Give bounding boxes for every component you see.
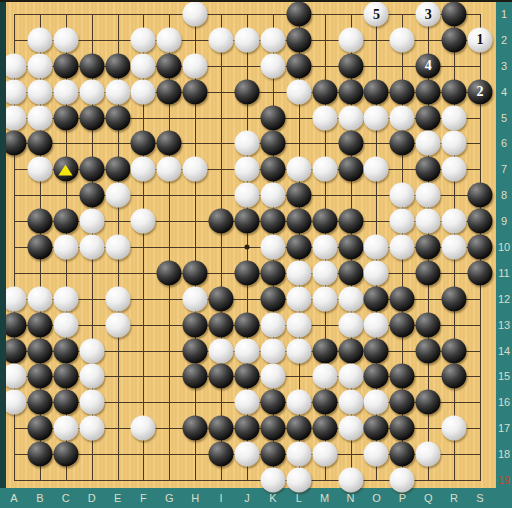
black-stone-E5[interactable] <box>105 105 130 130</box>
black-stone-R15[interactable] <box>442 364 467 389</box>
white-stone-O5[interactable] <box>364 105 389 130</box>
white-stone-L11[interactable] <box>286 260 311 285</box>
white-stone-O1[interactable]: 5 <box>364 2 389 27</box>
column-label-J: J <box>244 492 250 504</box>
black-stone-D3[interactable] <box>79 53 104 78</box>
black-stone-P12[interactable] <box>390 286 415 311</box>
white-stone-L4[interactable] <box>286 79 311 104</box>
black-stone-B6[interactable] <box>27 131 52 156</box>
black-stone-D8[interactable] <box>79 183 104 208</box>
column-label-A: A <box>10 492 17 504</box>
black-stone-Q5[interactable] <box>416 105 441 130</box>
black-stone-B15[interactable] <box>27 364 52 389</box>
black-stone-K6[interactable] <box>260 131 285 156</box>
column-label-K: K <box>269 492 276 504</box>
black-stone-K9[interactable] <box>260 209 285 234</box>
black-stone-K17[interactable] <box>260 416 285 441</box>
black-stone-B18[interactable] <box>27 442 52 467</box>
black-stone-Q11[interactable] <box>416 260 441 285</box>
black-stone-E3[interactable] <box>105 53 130 78</box>
white-stone-Q8[interactable] <box>416 183 441 208</box>
white-stone-Q18[interactable] <box>416 442 441 467</box>
black-stone-N4[interactable] <box>338 79 363 104</box>
column-label-N: N <box>347 492 355 504</box>
black-stone-G3[interactable] <box>157 53 182 78</box>
black-stone-N10[interactable] <box>338 234 363 259</box>
white-stone-F4[interactable] <box>131 79 156 104</box>
row-label-17: 17 <box>498 422 510 434</box>
white-stone-F3[interactable] <box>131 53 156 78</box>
white-stone-C12[interactable] <box>53 286 78 311</box>
black-stone-R14[interactable] <box>442 338 467 363</box>
white-stone-M10[interactable] <box>312 234 337 259</box>
black-stone-O14[interactable] <box>364 338 389 363</box>
white-stone-L19[interactable] <box>286 467 311 492</box>
black-stone-L17[interactable] <box>286 416 311 441</box>
white-stone-K3[interactable] <box>260 53 285 78</box>
black-stone-M9[interactable] <box>312 209 337 234</box>
white-stone-N5[interactable] <box>338 105 363 130</box>
white-stone-C2[interactable] <box>53 27 78 52</box>
black-stone-K11[interactable] <box>260 260 285 285</box>
move-number-label: 4 <box>425 59 432 73</box>
black-stone-L9[interactable] <box>286 209 311 234</box>
black-stone-C14[interactable] <box>53 338 78 363</box>
black-stone-B17[interactable] <box>27 416 52 441</box>
column-label-L: L <box>296 492 302 504</box>
black-stone-S10[interactable] <box>467 234 492 259</box>
white-stone-R6[interactable] <box>442 131 467 156</box>
row-label-16: 16 <box>498 396 510 408</box>
row-label-9: 9 <box>501 215 507 227</box>
white-stone-R9[interactable] <box>442 209 467 234</box>
black-stone-O17[interactable] <box>364 416 389 441</box>
black-stone-S8[interactable] <box>467 183 492 208</box>
white-stone-P19[interactable] <box>390 467 415 492</box>
black-stone-Q3[interactable]: 4 <box>416 53 441 78</box>
black-stone-K16[interactable] <box>260 390 285 415</box>
black-stone-C16[interactable] <box>53 390 78 415</box>
row-label-12: 12 <box>498 293 510 305</box>
row-label-10: 10 <box>498 241 510 253</box>
white-stone-C10[interactable] <box>53 234 78 259</box>
white-stone-J6[interactable] <box>234 131 259 156</box>
white-stone-P2[interactable] <box>390 27 415 52</box>
black-stone-B10[interactable] <box>27 234 52 259</box>
white-stone-R7[interactable] <box>442 157 467 182</box>
black-stone-L3[interactable] <box>286 53 311 78</box>
white-stone-H1[interactable] <box>183 2 208 27</box>
black-stone-K18[interactable] <box>260 442 285 467</box>
white-stone-K14[interactable] <box>260 338 285 363</box>
black-stone-Q14[interactable] <box>416 338 441 363</box>
black-stone-O15[interactable] <box>364 364 389 389</box>
black-stone-O12[interactable] <box>364 286 389 311</box>
white-stone-M12[interactable] <box>312 286 337 311</box>
white-stone-N17[interactable] <box>338 416 363 441</box>
row-label-15: 15 <box>498 370 510 382</box>
black-stone-B16[interactable] <box>27 390 52 415</box>
white-stone-E12[interactable] <box>105 286 130 311</box>
white-stone-N12[interactable] <box>338 286 363 311</box>
black-stone-I15[interactable] <box>209 364 234 389</box>
black-stone-L1[interactable] <box>286 2 311 27</box>
black-stone-M16[interactable] <box>312 390 337 415</box>
black-stone-J9[interactable] <box>234 209 259 234</box>
column-label-R: R <box>450 492 458 504</box>
white-stone-J7[interactable] <box>234 157 259 182</box>
black-stone-P18[interactable] <box>390 442 415 467</box>
white-stone-M15[interactable] <box>312 364 337 389</box>
white-stone-D16[interactable] <box>79 390 104 415</box>
go-board[interactable]: 53142 <box>6 2 496 488</box>
black-stone-Q10[interactable] <box>416 234 441 259</box>
column-label-B: B <box>36 492 43 504</box>
black-stone-C5[interactable] <box>53 105 78 130</box>
black-stone-Q16[interactable] <box>416 390 441 415</box>
black-stone-K5[interactable] <box>260 105 285 130</box>
white-stone-K15[interactable] <box>260 364 285 389</box>
black-stone-J13[interactable] <box>234 312 259 337</box>
white-stone-O16[interactable] <box>364 390 389 415</box>
black-stone-H14[interactable] <box>183 338 208 363</box>
black-stone-N11[interactable] <box>338 260 363 285</box>
black-stone-J4[interactable] <box>234 79 259 104</box>
white-stone-F17[interactable] <box>131 416 156 441</box>
column-label-P: P <box>399 492 406 504</box>
column-label-Q: Q <box>424 492 433 504</box>
white-stone-E4[interactable] <box>105 79 130 104</box>
white-stone-Q1[interactable]: 3 <box>416 2 441 27</box>
black-stone-C3[interactable] <box>53 53 78 78</box>
black-stone-N7[interactable] <box>338 157 363 182</box>
white-stone-B4[interactable] <box>27 79 52 104</box>
white-stone-K13[interactable] <box>260 312 285 337</box>
black-stone-C15[interactable] <box>53 364 78 389</box>
white-stone-J2[interactable] <box>234 27 259 52</box>
white-stone-N15[interactable] <box>338 364 363 389</box>
black-stone-H11[interactable] <box>183 260 208 285</box>
row-label-4: 4 <box>501 86 507 98</box>
black-stone-S9[interactable] <box>467 209 492 234</box>
move-number-label: 1 <box>476 33 483 47</box>
row-label-5: 5 <box>501 112 507 124</box>
white-stone-R5[interactable] <box>442 105 467 130</box>
white-stone-D15[interactable] <box>79 364 104 389</box>
black-stone-J11[interactable] <box>234 260 259 285</box>
black-stone-Q4[interactable] <box>416 79 441 104</box>
white-stone-B5[interactable] <box>27 105 52 130</box>
white-stone-G2[interactable] <box>157 27 182 52</box>
white-stone-L16[interactable] <box>286 390 311 415</box>
white-stone-E8[interactable] <box>105 183 130 208</box>
white-stone-Q6[interactable] <box>416 131 441 156</box>
white-stone-O18[interactable] <box>364 442 389 467</box>
white-stone-N19[interactable] <box>338 467 363 492</box>
black-stone-C9[interactable] <box>53 209 78 234</box>
black-stone-G4[interactable] <box>157 79 182 104</box>
row-label-1: 1 <box>501 8 507 20</box>
black-stone-K12[interactable] <box>260 286 285 311</box>
black-stone-R4[interactable] <box>442 79 467 104</box>
white-stone-K2[interactable] <box>260 27 285 52</box>
white-stone-P8[interactable] <box>390 183 415 208</box>
row-label-14: 14 <box>498 345 510 357</box>
white-stone-O10[interactable] <box>364 234 389 259</box>
white-stone-O11[interactable] <box>364 260 389 285</box>
white-stone-C13[interactable] <box>53 312 78 337</box>
white-stone-I14[interactable] <box>209 338 234 363</box>
black-stone-O4[interactable] <box>364 79 389 104</box>
white-stone-D4[interactable] <box>79 79 104 104</box>
white-stone-K8[interactable] <box>260 183 285 208</box>
black-stone-B13[interactable] <box>27 312 52 337</box>
black-stone-C18[interactable] <box>53 442 78 467</box>
white-stone-D14[interactable] <box>79 338 104 363</box>
white-stone-P5[interactable] <box>390 105 415 130</box>
black-stone-Q13[interactable] <box>416 312 441 337</box>
black-stone-C7[interactable] <box>53 157 78 182</box>
column-label-S: S <box>476 492 483 504</box>
white-stone-J14[interactable] <box>234 338 259 363</box>
black-stone-N6[interactable] <box>338 131 363 156</box>
move-number-label: 2 <box>476 85 483 99</box>
column-label-M: M <box>320 492 329 504</box>
white-stone-D10[interactable] <box>79 234 104 259</box>
black-stone-P6[interactable] <box>390 131 415 156</box>
white-stone-F2[interactable] <box>131 27 156 52</box>
black-stone-S4[interactable]: 2 <box>467 79 492 104</box>
white-stone-B7[interactable] <box>27 157 52 182</box>
white-stone-D9[interactable] <box>79 209 104 234</box>
black-stone-L2[interactable] <box>286 27 311 52</box>
black-stone-L8[interactable] <box>286 183 311 208</box>
white-stone-H7[interactable] <box>183 157 208 182</box>
white-stone-L13[interactable] <box>286 312 311 337</box>
white-stone-K10[interactable] <box>260 234 285 259</box>
black-stone-B14[interactable] <box>27 338 52 363</box>
board-top-edge <box>0 0 512 2</box>
black-stone-J15[interactable] <box>234 364 259 389</box>
row-label-11: 11 <box>498 267 509 279</box>
black-stone-M4[interactable] <box>312 79 337 104</box>
column-label-I: I <box>220 492 223 504</box>
white-stone-P9[interactable] <box>390 209 415 234</box>
row-label-19: 19 <box>498 474 510 486</box>
white-stone-K19[interactable] <box>260 467 285 492</box>
black-stone-K7[interactable] <box>260 157 285 182</box>
black-stone-P16[interactable] <box>390 390 415 415</box>
black-stone-P13[interactable] <box>390 312 415 337</box>
black-stone-R2[interactable] <box>442 27 467 52</box>
white-stone-H12[interactable] <box>183 286 208 311</box>
move-number-label: 5 <box>373 7 380 21</box>
row-label-8: 8 <box>501 189 507 201</box>
white-stone-L18[interactable] <box>286 442 311 467</box>
move-number-label: 3 <box>425 7 432 21</box>
white-stone-M11[interactable] <box>312 260 337 285</box>
white-stone-J16[interactable] <box>234 390 259 415</box>
white-stone-B12[interactable] <box>27 286 52 311</box>
black-stone-D5[interactable] <box>79 105 104 130</box>
white-stone-J18[interactable] <box>234 442 259 467</box>
white-stone-Q9[interactable] <box>416 209 441 234</box>
white-stone-L7[interactable] <box>286 157 311 182</box>
white-stone-E10[interactable] <box>105 234 130 259</box>
black-stone-P4[interactable] <box>390 79 415 104</box>
column-label-G: G <box>165 492 174 504</box>
black-stone-H17[interactable] <box>183 416 208 441</box>
white-stone-H3[interactable] <box>183 53 208 78</box>
black-stone-Q7[interactable] <box>416 157 441 182</box>
row-label-2: 2 <box>501 34 507 46</box>
white-stone-B3[interactable] <box>27 53 52 78</box>
white-stone-S2[interactable]: 1 <box>467 27 492 52</box>
black-stone-P17[interactable] <box>390 416 415 441</box>
white-stone-R10[interactable] <box>442 234 467 259</box>
triangle-marker-icon <box>59 164 73 175</box>
go-game-screenshot: 53142 ABCDEFGHIJKLMNOPQRS123456789101112… <box>0 0 512 508</box>
black-stone-P15[interactable] <box>390 364 415 389</box>
black-stone-I13[interactable] <box>209 312 234 337</box>
black-stone-N14[interactable] <box>338 338 363 363</box>
white-stone-F7[interactable] <box>131 157 156 182</box>
row-label-7: 7 <box>501 163 507 175</box>
black-stone-I9[interactable] <box>209 209 234 234</box>
row-label-6: 6 <box>501 137 507 149</box>
column-label-C: C <box>62 492 70 504</box>
row-label-3: 3 <box>501 60 507 72</box>
black-stone-N9[interactable] <box>338 209 363 234</box>
black-stone-D7[interactable] <box>79 157 104 182</box>
column-label-F: F <box>140 492 147 504</box>
white-stone-J8[interactable] <box>234 183 259 208</box>
column-label-O: O <box>372 492 381 504</box>
black-stone-M14[interactable] <box>312 338 337 363</box>
black-stone-M17[interactable] <box>312 416 337 441</box>
row-label-18: 18 <box>498 448 510 460</box>
black-stone-H4[interactable] <box>183 79 208 104</box>
black-stone-I17[interactable] <box>209 416 234 441</box>
star-point <box>244 244 249 249</box>
black-stone-N3[interactable] <box>338 53 363 78</box>
black-stone-G6[interactable] <box>157 131 182 156</box>
white-stone-L14[interactable] <box>286 338 311 363</box>
white-stone-B2[interactable] <box>27 27 52 52</box>
white-stone-E13[interactable] <box>105 312 130 337</box>
black-stone-E7[interactable] <box>105 157 130 182</box>
white-stone-M5[interactable] <box>312 105 337 130</box>
black-stone-I18[interactable] <box>209 442 234 467</box>
white-stone-N2[interactable] <box>338 27 363 52</box>
black-stone-G11[interactable] <box>157 260 182 285</box>
black-stone-R12[interactable] <box>442 286 467 311</box>
black-stone-S11[interactable] <box>467 260 492 285</box>
white-stone-D17[interactable] <box>79 416 104 441</box>
white-stone-L12[interactable] <box>286 286 311 311</box>
white-stone-F9[interactable] <box>131 209 156 234</box>
white-stone-M7[interactable] <box>312 157 337 182</box>
column-label-H: H <box>191 492 199 504</box>
column-label-E: E <box>114 492 121 504</box>
black-stone-B9[interactable] <box>27 209 52 234</box>
white-stone-N16[interactable] <box>338 390 363 415</box>
white-stone-M18[interactable] <box>312 442 337 467</box>
black-stone-R1[interactable] <box>442 2 467 27</box>
white-stone-I2[interactable] <box>209 27 234 52</box>
black-stone-J17[interactable] <box>234 416 259 441</box>
black-stone-L10[interactable] <box>286 234 311 259</box>
black-stone-F6[interactable] <box>131 131 156 156</box>
white-stone-P10[interactable] <box>390 234 415 259</box>
white-stone-N13[interactable] <box>338 312 363 337</box>
black-stone-I12[interactable] <box>209 286 234 311</box>
black-stone-H15[interactable] <box>183 364 208 389</box>
white-stone-O7[interactable] <box>364 157 389 182</box>
board-left-edge <box>0 0 6 488</box>
row-label-13: 13 <box>498 319 510 331</box>
white-stone-O13[interactable] <box>364 312 389 337</box>
white-stone-R17[interactable] <box>442 416 467 441</box>
white-stone-C4[interactable] <box>53 79 78 104</box>
column-label-D: D <box>88 492 96 504</box>
white-stone-C17[interactable] <box>53 416 78 441</box>
black-stone-H13[interactable] <box>183 312 208 337</box>
white-stone-G7[interactable] <box>157 157 182 182</box>
